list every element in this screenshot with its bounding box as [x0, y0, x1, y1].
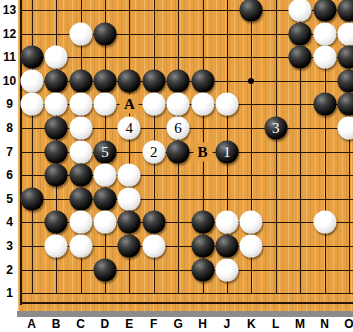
- col-label-J: J: [215, 317, 239, 331]
- row-label-3: 3: [0, 239, 19, 253]
- white-stone-A9[interactable]: [20, 93, 43, 116]
- col-label-A: A: [20, 317, 44, 331]
- col-label-O: O: [337, 317, 353, 331]
- col-label-N: N: [313, 317, 337, 331]
- col-label-K: K: [239, 317, 263, 331]
- black-stone-H10[interactable]: [191, 69, 214, 92]
- black-stone-M12[interactable]: [289, 22, 312, 45]
- row-label-8: 8: [0, 121, 19, 135]
- go-board[interactable]: 463521AB: [18, 0, 353, 311]
- row-label-1: 1: [0, 286, 19, 300]
- black-stone-F4[interactable]: [142, 211, 165, 234]
- black-stone-J3[interactable]: [215, 235, 238, 258]
- black-stone-F10[interactable]: [142, 69, 165, 92]
- black-stone-L8[interactable]: 3: [264, 117, 287, 140]
- row-label-10: 10: [0, 74, 19, 88]
- white-stone-F9[interactable]: [142, 93, 165, 116]
- black-stone-G10[interactable]: [167, 69, 190, 92]
- go-diagram-page: 463521AB 13121110987654321ABCDEFGHJKLMNO: [0, 0, 353, 332]
- white-stone-F7[interactable]: 2: [142, 140, 165, 163]
- white-stone-D9[interactable]: [93, 93, 116, 116]
- row-label-9: 9: [0, 97, 19, 111]
- move-number-5: 5: [93, 140, 116, 163]
- row-label-6: 6: [0, 168, 19, 182]
- white-stone-E8[interactable]: 4: [118, 117, 141, 140]
- star-point-K10: [248, 78, 254, 84]
- move-number-1: 1: [215, 140, 238, 163]
- col-label-E: E: [117, 317, 141, 331]
- white-stone-A10[interactable]: [20, 69, 43, 92]
- row-label-12: 12: [0, 27, 19, 41]
- row-label-13: 13: [0, 3, 19, 17]
- white-stone-O12[interactable]: [337, 22, 353, 45]
- black-stone-E3[interactable]: [118, 235, 141, 258]
- white-stone-D4[interactable]: [93, 211, 116, 234]
- black-stone-A5[interactable]: [20, 187, 43, 210]
- col-label-H: H: [191, 317, 215, 331]
- white-stone-B11[interactable]: [45, 46, 68, 69]
- black-stone-B7[interactable]: [45, 140, 68, 163]
- black-stone-E10[interactable]: [118, 69, 141, 92]
- white-stone-B3[interactable]: [45, 235, 68, 258]
- black-stone-H2[interactable]: [191, 258, 214, 281]
- black-stone-C5[interactable]: [69, 187, 92, 210]
- black-stone-O9[interactable]: [337, 93, 353, 116]
- black-stone-O10[interactable]: [337, 69, 353, 92]
- white-stone-D6[interactable]: [93, 164, 116, 187]
- white-stone-O8[interactable]: [337, 117, 353, 140]
- black-stone-H3[interactable]: [191, 235, 214, 258]
- black-stone-E4[interactable]: [118, 211, 141, 234]
- white-stone-J4[interactable]: [215, 211, 238, 234]
- white-stone-G9[interactable]: [167, 93, 190, 116]
- grid-line-row-1: [20, 293, 353, 294]
- white-stone-C12[interactable]: [69, 22, 92, 45]
- black-stone-B6[interactable]: [45, 164, 68, 187]
- black-stone-N13[interactable]: [313, 0, 336, 22]
- black-stone-D12[interactable]: [93, 22, 116, 45]
- col-label-L: L: [264, 317, 288, 331]
- white-stone-M13[interactable]: [289, 0, 312, 22]
- black-stone-D2[interactable]: [93, 258, 116, 281]
- white-stone-C9[interactable]: [69, 93, 92, 116]
- black-stone-K13[interactable]: [240, 0, 263, 22]
- black-stone-D10[interactable]: [93, 69, 116, 92]
- white-stone-B9[interactable]: [45, 93, 68, 116]
- col-label-B: B: [44, 317, 68, 331]
- white-stone-J2[interactable]: [215, 258, 238, 281]
- move-number-6: 6: [167, 117, 190, 140]
- grid-line-col-A: [32, 0, 33, 294]
- col-label-C: C: [69, 317, 93, 331]
- col-label-D: D: [93, 317, 117, 331]
- move-number-4: 4: [118, 117, 141, 140]
- point-label-A-E9[interactable]: A: [120, 95, 139, 114]
- white-stone-K3[interactable]: [240, 235, 263, 258]
- move-number-3: 3: [264, 117, 287, 140]
- white-stone-N4[interactable]: [313, 211, 336, 234]
- black-stone-G7[interactable]: [167, 140, 190, 163]
- white-stone-C4[interactable]: [69, 211, 92, 234]
- white-stone-G8[interactable]: 6: [167, 117, 190, 140]
- white-stone-K4[interactable]: [240, 211, 263, 234]
- black-stone-D5[interactable]: [93, 187, 116, 210]
- row-label-11: 11: [0, 50, 19, 64]
- row-label-4: 4: [0, 215, 19, 229]
- black-stone-B10[interactable]: [45, 69, 68, 92]
- black-stone-B4[interactable]: [45, 211, 68, 234]
- white-stone-F3[interactable]: [142, 235, 165, 258]
- white-stone-C8[interactable]: [69, 117, 92, 140]
- point-label-B-H7[interactable]: B: [193, 142, 212, 161]
- black-stone-J7[interactable]: 1: [215, 140, 238, 163]
- grid-line-col-L: [276, 0, 277, 294]
- col-label-M: M: [288, 317, 312, 331]
- black-stone-B8[interactable]: [45, 117, 68, 140]
- row-label-5: 5: [0, 192, 19, 206]
- black-stone-H4[interactable]: [191, 211, 214, 234]
- white-stone-J9[interactable]: [215, 93, 238, 116]
- col-label-F: F: [142, 317, 166, 331]
- white-stone-N11[interactable]: [313, 46, 336, 69]
- row-label-7: 7: [0, 145, 19, 159]
- black-stone-C10[interactable]: [69, 69, 92, 92]
- white-stone-E5[interactable]: [118, 187, 141, 210]
- move-number-2: 2: [142, 140, 165, 163]
- black-stone-O13[interactable]: [337, 0, 353, 22]
- black-stone-N9[interactable]: [313, 93, 336, 116]
- col-label-G: G: [166, 317, 190, 331]
- grid-line-row-2: [20, 270, 353, 271]
- black-stone-D7[interactable]: 5: [93, 140, 116, 163]
- white-stone-C7[interactable]: [69, 140, 92, 163]
- board-edge-bottom: [20, 302, 353, 304]
- white-stone-N12[interactable]: [313, 22, 336, 45]
- black-stone-C6[interactable]: [69, 164, 92, 187]
- black-stone-M11[interactable]: [289, 46, 312, 69]
- white-stone-E6[interactable]: [118, 164, 141, 187]
- row-label-2: 2: [0, 263, 19, 277]
- black-stone-O11[interactable]: [337, 46, 353, 69]
- black-stone-A11[interactable]: [20, 46, 43, 69]
- white-stone-C3[interactable]: [69, 235, 92, 258]
- white-stone-H9[interactable]: [191, 93, 214, 116]
